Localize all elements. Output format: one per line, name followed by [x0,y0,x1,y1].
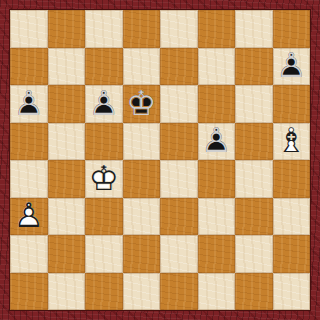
square-e3[interactable] [160,198,198,236]
square-h5[interactable]: ♝♗ [273,123,311,161]
black-pawn-piece[interactable]: ♟♙ [273,48,311,86]
square-b2[interactable] [48,235,86,273]
square-g3[interactable] [235,198,273,236]
square-g2[interactable] [235,235,273,273]
square-b4[interactable] [48,160,86,198]
square-d1[interactable] [123,273,161,311]
square-e8[interactable] [160,10,198,48]
square-c6[interactable]: ♟♙ [85,85,123,123]
square-d6[interactable]: ♚♔ [123,85,161,123]
square-e6[interactable] [160,85,198,123]
square-d8[interactable] [123,10,161,48]
square-f1[interactable] [198,273,236,311]
square-h7[interactable]: ♟♙ [273,48,311,86]
square-g1[interactable] [235,273,273,311]
square-e2[interactable] [160,235,198,273]
square-c5[interactable] [85,123,123,161]
square-c3[interactable] [85,198,123,236]
square-a2[interactable] [10,235,48,273]
square-d4[interactable] [123,160,161,198]
square-e1[interactable] [160,273,198,311]
square-a6[interactable]: ♟♙ [10,85,48,123]
square-c8[interactable] [85,10,123,48]
square-h2[interactable] [273,235,311,273]
square-g6[interactable] [235,85,273,123]
square-d5[interactable] [123,123,161,161]
square-a4[interactable] [10,160,48,198]
square-c4[interactable]: ♚♔ [85,160,123,198]
square-a7[interactable] [10,48,48,86]
square-f4[interactable] [198,160,236,198]
black-king-piece[interactable]: ♚♔ [123,85,161,123]
square-b3[interactable] [48,198,86,236]
square-a1[interactable] [10,273,48,311]
square-b7[interactable] [48,48,86,86]
piece-outline-glyph: ♙ [10,85,48,123]
piece-outline-glyph: ♙ [10,198,48,236]
black-pawn-piece[interactable]: ♟♙ [198,123,236,161]
square-c1[interactable] [85,273,123,311]
square-h1[interactable] [273,273,311,311]
square-b8[interactable] [48,10,86,48]
white-king-piece[interactable]: ♚♔ [85,160,123,198]
square-g5[interactable] [235,123,273,161]
square-c2[interactable] [85,235,123,273]
square-c7[interactable] [85,48,123,86]
board-frame: ♟♙♟♙♟♙♚♔♟♙♝♗♚♔♟♙ [0,0,320,320]
square-f6[interactable] [198,85,236,123]
square-b1[interactable] [48,273,86,311]
square-h8[interactable] [273,10,311,48]
square-h3[interactable] [273,198,311,236]
black-pawn-piece[interactable]: ♟♙ [85,85,123,123]
square-a3[interactable]: ♟♙ [10,198,48,236]
piece-outline-glyph: ♔ [123,85,161,123]
square-b5[interactable] [48,123,86,161]
square-g8[interactable] [235,10,273,48]
square-g4[interactable] [235,160,273,198]
piece-outline-glyph: ♙ [198,123,236,161]
square-e7[interactable] [160,48,198,86]
square-f3[interactable] [198,198,236,236]
square-a8[interactable] [10,10,48,48]
square-a5[interactable] [10,123,48,161]
square-e4[interactable] [160,160,198,198]
square-f8[interactable] [198,10,236,48]
square-h6[interactable] [273,85,311,123]
square-f2[interactable] [198,235,236,273]
piece-outline-glyph: ♙ [273,48,311,86]
white-pawn-piece[interactable]: ♟♙ [10,198,48,236]
square-f7[interactable] [198,48,236,86]
black-pawn-piece[interactable]: ♟♙ [10,85,48,123]
square-e5[interactable] [160,123,198,161]
square-d2[interactable] [123,235,161,273]
square-h4[interactable] [273,160,311,198]
white-bishop-piece[interactable]: ♝♗ [273,123,311,161]
chess-board: ♟♙♟♙♟♙♚♔♟♙♝♗♚♔♟♙ [9,9,311,311]
square-d7[interactable] [123,48,161,86]
piece-outline-glyph: ♔ [85,160,123,198]
square-f5[interactable]: ♟♙ [198,123,236,161]
square-b6[interactable] [48,85,86,123]
piece-outline-glyph: ♙ [85,85,123,123]
piece-outline-glyph: ♗ [273,123,311,161]
square-d3[interactable] [123,198,161,236]
square-g7[interactable] [235,48,273,86]
